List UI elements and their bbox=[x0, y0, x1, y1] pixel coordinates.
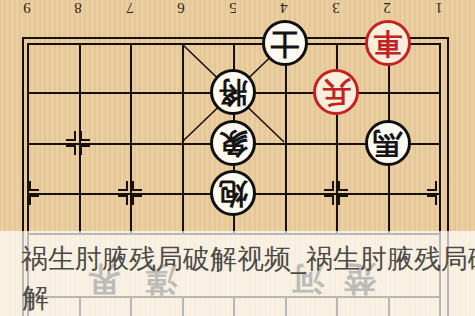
file-label-5: 5 bbox=[223, 0, 243, 16]
piece-red-soldier: 兵 bbox=[313, 69, 359, 115]
point-marker-soldier-file9 bbox=[14, 180, 40, 206]
board-cell bbox=[27, 43, 79, 92]
xiangqi-thumbnail: 9 8 7 6 5 4 3 2 1 界 漢 河 楚 士車將兵象馬炮 祸生肘腋残局… bbox=[0, 0, 475, 316]
piece-black-general: 將 bbox=[210, 69, 256, 115]
file-label-7: 7 bbox=[120, 0, 140, 16]
piece-black-horse: 馬 bbox=[365, 120, 411, 166]
red-soldier-glyph: 兵 bbox=[322, 78, 351, 107]
file-label-8: 8 bbox=[68, 0, 88, 16]
black-cannon-glyph: 炮 bbox=[219, 179, 248, 208]
piece-red-chariot: 車 bbox=[365, 20, 411, 66]
caption-title-line1: 祸生肘腋残局破解视频_祸生肘腋残局破 bbox=[21, 241, 475, 277]
piece-black-cannon: 炮 bbox=[210, 170, 256, 216]
black-elephant-glyph: 象 bbox=[219, 129, 248, 158]
file-label-6: 6 bbox=[171, 0, 191, 16]
piece-black-advisor: 士 bbox=[262, 20, 308, 66]
board-cell bbox=[130, 92, 182, 143]
caption-title-line2: 解 bbox=[22, 280, 49, 316]
caption-overlay: 祸生肘腋残局破解视频_祸生肘腋残局破 解 bbox=[0, 231, 475, 316]
piece-black-elephant: 象 bbox=[210, 120, 256, 166]
file-label-4: 4 bbox=[274, 0, 294, 16]
file-label-1: 1 bbox=[429, 0, 449, 16]
black-general-glyph: 將 bbox=[219, 78, 248, 107]
file-label-9: 9 bbox=[17, 0, 37, 16]
point-marker-soldier-file3 bbox=[323, 180, 349, 206]
file-label-2: 2 bbox=[377, 0, 397, 16]
black-horse-glyph: 馬 bbox=[373, 129, 402, 158]
board-cell bbox=[79, 43, 131, 92]
black-advisor-glyph: 士 bbox=[270, 29, 299, 58]
board-cell bbox=[130, 43, 182, 92]
point-marker-soldier-file7 bbox=[117, 180, 143, 206]
point-marker-soldier-file1 bbox=[426, 180, 452, 206]
red-chariot-glyph: 車 bbox=[373, 29, 402, 58]
file-label-3: 3 bbox=[326, 0, 346, 16]
point-marker-cannon-file8 bbox=[65, 130, 91, 156]
